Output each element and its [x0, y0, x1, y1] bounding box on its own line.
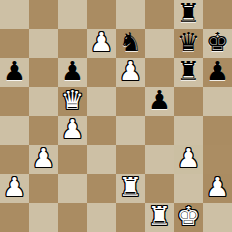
square-f8[interactable]: [145, 0, 174, 29]
black-king[interactable]: ♚: [206, 29, 229, 57]
square-d6[interactable]: [87, 58, 116, 87]
square-d8[interactable]: [87, 0, 116, 29]
square-c5[interactable]: ♛: [58, 87, 87, 116]
square-d7[interactable]: ♟: [87, 29, 116, 58]
square-g2[interactable]: [174, 174, 203, 203]
chess-board: ♜♟♞♛♚♟♟♟♜♟♛♟♟♟♟♟♜♟♜♚: [0, 0, 232, 232]
white-queen[interactable]: ♛: [61, 87, 84, 115]
square-c3[interactable]: [58, 145, 87, 174]
square-g7[interactable]: ♛: [174, 29, 203, 58]
square-b7[interactable]: [29, 29, 58, 58]
white-rook[interactable]: ♜: [119, 174, 142, 202]
square-d4[interactable]: [87, 116, 116, 145]
white-rook[interactable]: ♜: [148, 203, 171, 231]
square-a8[interactable]: [0, 0, 29, 29]
square-e2[interactable]: ♜: [116, 174, 145, 203]
square-d3[interactable]: [87, 145, 116, 174]
square-a1[interactable]: [0, 203, 29, 232]
white-pawn[interactable]: ♟: [206, 174, 229, 202]
square-h7[interactable]: ♚: [203, 29, 232, 58]
square-b5[interactable]: [29, 87, 58, 116]
square-d2[interactable]: [87, 174, 116, 203]
square-f2[interactable]: [145, 174, 174, 203]
square-a5[interactable]: [0, 87, 29, 116]
square-g1[interactable]: ♚: [174, 203, 203, 232]
square-f1[interactable]: ♜: [145, 203, 174, 232]
square-e5[interactable]: [116, 87, 145, 116]
square-e4[interactable]: [116, 116, 145, 145]
square-c1[interactable]: [58, 203, 87, 232]
square-g4[interactable]: [174, 116, 203, 145]
square-a6[interactable]: ♟: [0, 58, 29, 87]
square-f7[interactable]: [145, 29, 174, 58]
square-g3[interactable]: ♟: [174, 145, 203, 174]
square-b1[interactable]: [29, 203, 58, 232]
white-king[interactable]: ♚: [177, 203, 200, 231]
square-h5[interactable]: [203, 87, 232, 116]
black-rook[interactable]: ♜: [177, 58, 200, 86]
square-c8[interactable]: [58, 0, 87, 29]
black-pawn[interactable]: ♟: [61, 58, 84, 86]
square-h8[interactable]: [203, 0, 232, 29]
square-a7[interactable]: [0, 29, 29, 58]
square-h1[interactable]: [203, 203, 232, 232]
square-h6[interactable]: ♟: [203, 58, 232, 87]
square-a3[interactable]: [0, 145, 29, 174]
square-h3[interactable]: [203, 145, 232, 174]
white-pawn[interactable]: ♟: [90, 29, 113, 57]
square-a4[interactable]: [0, 116, 29, 145]
square-h4[interactable]: [203, 116, 232, 145]
square-b8[interactable]: [29, 0, 58, 29]
square-e8[interactable]: [116, 0, 145, 29]
square-c4[interactable]: ♟: [58, 116, 87, 145]
black-pawn[interactable]: ♟: [3, 58, 26, 86]
square-f4[interactable]: [145, 116, 174, 145]
square-f3[interactable]: [145, 145, 174, 174]
white-pawn[interactable]: ♟: [61, 116, 84, 144]
square-g6[interactable]: ♜: [174, 58, 203, 87]
square-c6[interactable]: ♟: [58, 58, 87, 87]
black-knight[interactable]: ♞: [119, 29, 142, 57]
square-f6[interactable]: [145, 58, 174, 87]
square-g5[interactable]: [174, 87, 203, 116]
square-e3[interactable]: [116, 145, 145, 174]
black-queen[interactable]: ♛: [177, 29, 200, 57]
white-pawn[interactable]: ♟: [32, 145, 55, 173]
square-a2[interactable]: ♟: [0, 174, 29, 203]
black-pawn[interactable]: ♟: [148, 87, 171, 115]
square-h2[interactable]: ♟: [203, 174, 232, 203]
square-d1[interactable]: [87, 203, 116, 232]
square-d5[interactable]: [87, 87, 116, 116]
white-pawn[interactable]: ♟: [3, 174, 26, 202]
square-f5[interactable]: ♟: [145, 87, 174, 116]
white-pawn[interactable]: ♟: [119, 58, 142, 86]
square-b2[interactable]: [29, 174, 58, 203]
white-pawn[interactable]: ♟: [177, 145, 200, 173]
square-c7[interactable]: [58, 29, 87, 58]
black-pawn[interactable]: ♟: [206, 58, 229, 86]
square-b3[interactable]: ♟: [29, 145, 58, 174]
square-b6[interactable]: [29, 58, 58, 87]
square-c2[interactable]: [58, 174, 87, 203]
square-g8[interactable]: ♜: [174, 0, 203, 29]
square-e7[interactable]: ♞: [116, 29, 145, 58]
black-rook[interactable]: ♜: [177, 0, 200, 28]
square-b4[interactable]: [29, 116, 58, 145]
square-e1[interactable]: [116, 203, 145, 232]
square-e6[interactable]: ♟: [116, 58, 145, 87]
